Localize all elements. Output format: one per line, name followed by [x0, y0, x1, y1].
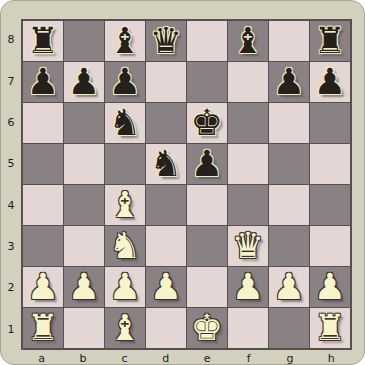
- square-h4[interactable]: [310, 185, 350, 225]
- square-e7[interactable]: [187, 62, 227, 102]
- square-d8[interactable]: ♛: [146, 21, 186, 61]
- square-b1[interactable]: [64, 308, 104, 348]
- square-d1[interactable]: [146, 308, 186, 348]
- square-h7[interactable]: ♟: [310, 62, 350, 102]
- square-g5[interactable]: [269, 144, 309, 184]
- chess-board-panel: 87654321 ♜♝♛♝♜♟♟♟♟♟♞♚♞♟♝♞♛♟♟♟♟♟♟♟♜♝♚♜ ab…: [0, 0, 365, 365]
- square-f2[interactable]: ♟: [228, 267, 268, 307]
- file-label-d: d: [145, 350, 186, 365]
- square-c6[interactable]: ♞: [105, 103, 145, 143]
- square-d5[interactable]: ♞: [146, 144, 186, 184]
- square-a2[interactable]: ♟: [23, 267, 63, 307]
- piece-black-pawn-b7[interactable]: ♟: [68, 64, 100, 100]
- square-e8[interactable]: [187, 21, 227, 61]
- rank-label-8: 8: [1, 19, 21, 60]
- square-d3[interactable]: [146, 226, 186, 266]
- square-h8[interactable]: ♜: [310, 21, 350, 61]
- square-h3[interactable]: [310, 226, 350, 266]
- file-labels: abcdefgh: [21, 350, 352, 365]
- square-c4[interactable]: ♝: [105, 185, 145, 225]
- square-e4[interactable]: [187, 185, 227, 225]
- square-g8[interactable]: [269, 21, 309, 61]
- piece-white-pawn-d2[interactable]: ♟: [150, 269, 182, 305]
- square-g1[interactable]: [269, 308, 309, 348]
- piece-black-bishop-c8[interactable]: ♝: [109, 23, 141, 59]
- square-d7[interactable]: [146, 62, 186, 102]
- square-b8[interactable]: [64, 21, 104, 61]
- rank-label-6: 6: [1, 102, 21, 143]
- square-e3[interactable]: [187, 226, 227, 266]
- piece-black-bishop-f8[interactable]: ♝: [232, 23, 264, 59]
- piece-black-king-e6[interactable]: ♚: [191, 105, 223, 141]
- square-e1[interactable]: ♚: [187, 308, 227, 348]
- piece-white-pawn-a2[interactable]: ♟: [27, 269, 59, 305]
- square-f1[interactable]: [228, 308, 268, 348]
- piece-white-bishop-c1[interactable]: ♝: [109, 310, 141, 346]
- square-g7[interactable]: ♟: [269, 62, 309, 102]
- square-g2[interactable]: ♟: [269, 267, 309, 307]
- rank-label-2: 2: [1, 267, 21, 308]
- square-c3[interactable]: ♞: [105, 226, 145, 266]
- square-a5[interactable]: [23, 144, 63, 184]
- square-e5[interactable]: ♟: [187, 144, 227, 184]
- square-h5[interactable]: [310, 144, 350, 184]
- square-b6[interactable]: [64, 103, 104, 143]
- square-b3[interactable]: [64, 226, 104, 266]
- piece-white-pawn-h2[interactable]: ♟: [314, 269, 346, 305]
- board-area: 87654321 ♜♝♛♝♜♟♟♟♟♟♞♚♞♟♝♞♛♟♟♟♟♟♟♟♜♝♚♜: [1, 19, 352, 350]
- piece-black-pawn-a7[interactable]: ♟: [27, 64, 59, 100]
- piece-white-knight-c3[interactable]: ♞: [109, 228, 141, 264]
- square-d6[interactable]: [146, 103, 186, 143]
- square-a3[interactable]: [23, 226, 63, 266]
- piece-white-rook-h1[interactable]: ♜: [314, 310, 346, 346]
- square-f5[interactable]: [228, 144, 268, 184]
- square-g3[interactable]: [269, 226, 309, 266]
- square-a1[interactable]: ♜: [23, 308, 63, 348]
- square-f6[interactable]: [228, 103, 268, 143]
- piece-white-queen-f3[interactable]: ♛: [232, 228, 264, 264]
- rank-label-3: 3: [1, 226, 21, 267]
- square-a4[interactable]: [23, 185, 63, 225]
- rank-label-7: 7: [1, 60, 21, 101]
- piece-black-pawn-g7[interactable]: ♟: [273, 64, 305, 100]
- piece-white-king-e1[interactable]: ♚: [191, 310, 223, 346]
- square-a6[interactable]: [23, 103, 63, 143]
- rank-label-5: 5: [1, 143, 21, 184]
- file-label-c: c: [104, 350, 145, 365]
- square-f8[interactable]: ♝: [228, 21, 268, 61]
- piece-white-pawn-g2[interactable]: ♟: [273, 269, 305, 305]
- file-label-h: h: [311, 350, 352, 365]
- piece-black-knight-c6[interactable]: ♞: [109, 105, 141, 141]
- piece-black-pawn-c7[interactable]: ♟: [109, 64, 141, 100]
- square-c8[interactable]: ♝: [105, 21, 145, 61]
- square-e2[interactable]: [187, 267, 227, 307]
- square-g6[interactable]: [269, 103, 309, 143]
- piece-black-rook-h8[interactable]: ♜: [314, 23, 346, 59]
- rank-labels: 87654321: [1, 19, 21, 350]
- square-a8[interactable]: ♜: [23, 21, 63, 61]
- square-d2[interactable]: ♟: [146, 267, 186, 307]
- file-label-b: b: [62, 350, 103, 365]
- square-b5[interactable]: [64, 144, 104, 184]
- square-h1[interactable]: ♜: [310, 308, 350, 348]
- square-c2[interactable]: ♟: [105, 267, 145, 307]
- piece-black-rook-a8[interactable]: ♜: [27, 23, 59, 59]
- piece-white-pawn-b2[interactable]: ♟: [68, 269, 100, 305]
- rank-label-1: 1: [1, 309, 21, 350]
- square-b4[interactable]: [64, 185, 104, 225]
- square-a7[interactable]: ♟: [23, 62, 63, 102]
- piece-white-rook-a1[interactable]: ♜: [27, 310, 59, 346]
- square-f7[interactable]: [228, 62, 268, 102]
- square-f4[interactable]: [228, 185, 268, 225]
- square-c7[interactable]: ♟: [105, 62, 145, 102]
- piece-white-bishop-c4[interactable]: ♝: [109, 187, 141, 223]
- file-label-g: g: [269, 350, 310, 365]
- file-label-e: e: [187, 350, 228, 365]
- piece-black-pawn-e5[interactable]: ♟: [191, 146, 223, 182]
- chess-board: ♜♝♛♝♜♟♟♟♟♟♞♚♞♟♝♞♛♟♟♟♟♟♟♟♜♝♚♜: [21, 19, 352, 350]
- piece-white-pawn-c2[interactable]: ♟: [109, 269, 141, 305]
- piece-black-knight-d5[interactable]: ♞: [150, 146, 182, 182]
- rank-label-4: 4: [1, 185, 21, 226]
- square-g4[interactable]: [269, 185, 309, 225]
- square-e6[interactable]: ♚: [187, 103, 227, 143]
- square-c1[interactable]: ♝: [105, 308, 145, 348]
- square-f3[interactable]: ♛: [228, 226, 268, 266]
- file-label-a: a: [21, 350, 62, 365]
- square-c5[interactable]: [105, 144, 145, 184]
- square-d4[interactable]: [146, 185, 186, 225]
- square-h2[interactable]: ♟: [310, 267, 350, 307]
- file-label-f: f: [228, 350, 269, 365]
- piece-black-pawn-h7[interactable]: ♟: [314, 64, 346, 100]
- square-b7[interactable]: ♟: [64, 62, 104, 102]
- square-b2[interactable]: ♟: [64, 267, 104, 307]
- piece-white-pawn-f2[interactable]: ♟: [232, 269, 264, 305]
- square-h6[interactable]: [310, 103, 350, 143]
- piece-black-queen-d8[interactable]: ♛: [150, 23, 182, 59]
